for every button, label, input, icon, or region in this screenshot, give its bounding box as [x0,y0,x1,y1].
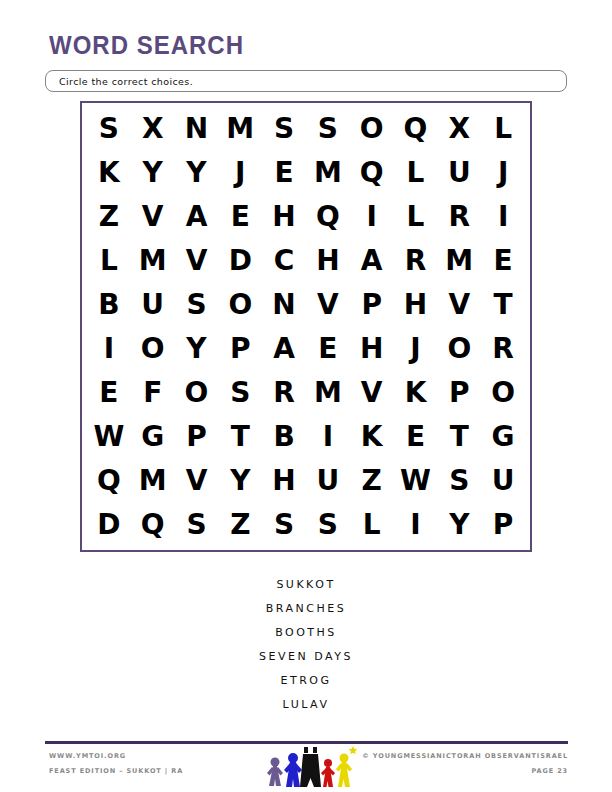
grid-cell[interactable]: V [350,371,394,415]
grid-cell[interactable]: Y [175,150,219,194]
grid-cell[interactable]: M [131,238,175,282]
grid-cell[interactable]: T [481,282,525,326]
grid-cell[interactable]: H [262,194,306,238]
grid-cell[interactable]: P [481,503,525,547]
grid-cell[interactable]: K [394,371,438,415]
grid-cell[interactable]: V [306,282,350,326]
grid-cell[interactable]: O [437,326,481,370]
grid-cell[interactable]: O [131,326,175,370]
grid-cell[interactable]: A [350,238,394,282]
word-list-item: BOOTHS [275,627,337,639]
grid-cell[interactable]: M [218,106,262,150]
grid-cell[interactable]: E [218,194,262,238]
grid-cell[interactable]: L [87,238,131,282]
grid-cell[interactable]: P [218,326,262,370]
site-url: WWW.YMTOI.ORG [49,752,183,760]
grid-cell[interactable]: E [394,415,438,459]
footer-right: © YOUNGMESSIANICTORAH OBSERVANTISRAEL PA… [362,752,568,782]
red-figure [321,759,335,787]
grid-cell[interactable]: I [87,326,131,370]
grid-cell[interactable]: H [262,459,306,503]
grid-cell[interactable]: T [437,415,481,459]
grid-cell[interactable]: Y [437,503,481,547]
footer-divider [45,741,568,744]
grid-cell[interactable]: C [262,238,306,282]
grid-cell[interactable]: H [306,238,350,282]
grid-cell[interactable]: N [175,106,219,150]
grid-cell[interactable]: I [350,194,394,238]
grid-cell[interactable]: V [175,238,219,282]
grid-cell[interactable]: P [350,282,394,326]
grid-cell[interactable]: N [262,282,306,326]
black-figure [300,747,321,787]
instruction-box: Circle the correct choices. [45,70,567,92]
grid-cell[interactable]: W [87,415,131,459]
grid-cell[interactable]: Z [350,459,394,503]
letter-grid: SXNMSSOQXLKYYJEMQLUJZVAEHQILRILMVDCHARME… [80,101,532,552]
grid-cell[interactable]: X [437,106,481,150]
grid-cell[interactable]: Q [306,194,350,238]
grid-cell[interactable]: L [394,194,438,238]
grid-cell[interactable]: Q [131,503,175,547]
grid-cell[interactable]: S [218,371,262,415]
grid-cell[interactable]: S [262,503,306,547]
grid-cell[interactable]: Y [131,150,175,194]
word-list-item: BRANCHES [266,603,346,615]
grid-cell[interactable]: Y [175,326,219,370]
grid-cell[interactable]: U [306,459,350,503]
grid-cell[interactable]: W [394,459,438,503]
grid-cell[interactable]: M [437,238,481,282]
grid-cell[interactable]: Z [87,194,131,238]
grid-cell[interactable]: M [131,459,175,503]
grid-cell[interactable]: R [394,238,438,282]
grid-cell[interactable]: Q [87,459,131,503]
grid-cell[interactable]: M [306,371,350,415]
grid-cell[interactable]: T [218,415,262,459]
grid-cell[interactable]: S [175,503,219,547]
grid-cell[interactable]: M [306,150,350,194]
grid-cell[interactable]: I [481,194,525,238]
grid-cell[interactable]: S [262,106,306,150]
grid-cell[interactable]: S [306,106,350,150]
grid-cell[interactable]: V [131,194,175,238]
star-icon [349,746,358,754]
grid-cell[interactable]: E [87,371,131,415]
grid-cell[interactable]: S [87,106,131,150]
grid-cell[interactable]: I [394,503,438,547]
grid-cell[interactable]: Q [394,106,438,150]
grid-cell[interactable]: G [131,415,175,459]
grid-cell[interactable]: X [131,106,175,150]
grid-cell[interactable]: R [262,371,306,415]
grid-cell[interactable]: Y [218,459,262,503]
grid-cell[interactable]: E [481,238,525,282]
grid-cell[interactable]: U [481,459,525,503]
grid-cell[interactable]: O [175,371,219,415]
grid-cell[interactable]: B [262,415,306,459]
grid-cell[interactable]: S [437,459,481,503]
instruction-text: Circle the correct choices. [59,76,193,87]
ymtoi-dancing-figures-logo [263,745,359,791]
grid-cell[interactable]: R [437,194,481,238]
grid-cell[interactable]: L [481,106,525,150]
grid-cell[interactable]: L [394,150,438,194]
word-list-item: SEVEN DAYS [259,651,353,663]
grid-cell[interactable]: A [262,326,306,370]
yellow-figure [336,746,357,787]
grid-cell[interactable]: K [87,150,131,194]
grid-cell[interactable]: J [481,150,525,194]
grid-cell[interactable]: B [87,282,131,326]
grid-cell[interactable]: E [306,326,350,370]
grid-cell[interactable]: R [481,326,525,370]
grid-cell[interactable]: I [306,415,350,459]
grid-cell[interactable]: F [131,371,175,415]
grid-cell[interactable]: P [437,371,481,415]
grid-cell[interactable]: O [481,371,525,415]
grid-cell[interactable]: Q [350,150,394,194]
grid-cell[interactable]: Z [218,503,262,547]
edition-label: FEAST EDITION – SUKKOT | RA [49,767,183,775]
grid-cell[interactable]: O [218,282,262,326]
grid-cell[interactable]: V [175,459,219,503]
word-list-item: SUKKOT [276,579,335,591]
page-number: PAGE 23 [362,767,568,775]
grid-cell[interactable]: K [350,415,394,459]
grid-cell[interactable]: S [175,282,219,326]
grid-cell[interactable]: L [350,503,394,547]
footer-left: WWW.YMTOI.ORG FEAST EDITION – SUKKOT | R… [49,752,183,782]
grid-cell[interactable]: J [394,326,438,370]
grid-cell[interactable]: S [306,503,350,547]
grid-cell[interactable]: H [350,326,394,370]
worksheet-page: WORD SEARCH Circle the correct choices. … [0,0,612,792]
copyright-text: © YOUNGMESSIANICTORAH OBSERVANTISRAEL [362,752,568,760]
grid-cell[interactable]: E [262,150,306,194]
grid-cell[interactable]: H [394,282,438,326]
grid-cell[interactable]: D [218,238,262,282]
word-list-item: ETROG [281,675,332,687]
grid-cell[interactable]: A [175,194,219,238]
grid-cell[interactable]: O [350,106,394,150]
grid-cell[interactable]: D [87,503,131,547]
blue-figure [284,753,302,787]
purple-figure [267,758,283,787]
grid-cell[interactable]: U [437,150,481,194]
grid-cell[interactable]: U [131,282,175,326]
page-title: WORD SEARCH [49,31,244,60]
grid-cell[interactable]: P [175,415,219,459]
word-list-item: LULAV [283,699,330,711]
word-list: SUKKOTBRANCHESBOOTHSSEVEN DAYSETROGLULAV [0,579,612,711]
grid-cell[interactable]: J [218,150,262,194]
grid-cell[interactable]: G [481,415,525,459]
grid-cell[interactable]: V [437,282,481,326]
